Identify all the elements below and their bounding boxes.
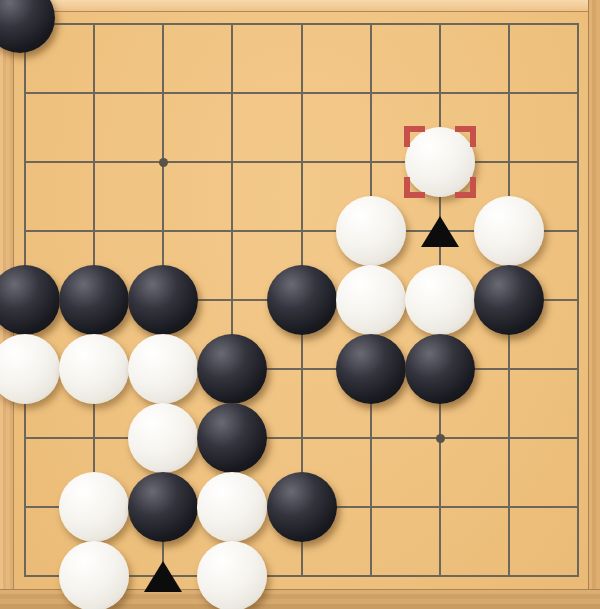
triangle-marker xyxy=(144,561,182,592)
black-stone xyxy=(128,472,198,542)
triangle-marker xyxy=(421,216,459,247)
black-stone xyxy=(474,265,544,335)
white-stone xyxy=(405,265,475,335)
black-stone xyxy=(128,265,198,335)
black-stone xyxy=(267,265,337,335)
white-stone xyxy=(474,196,544,266)
last-move-marker-corner xyxy=(404,177,425,198)
last-move-marker-corner xyxy=(455,177,476,198)
last-move-marker-corner xyxy=(404,126,425,147)
board-edge-right xyxy=(588,0,600,609)
black-stone xyxy=(405,334,475,404)
white-stone xyxy=(197,472,267,542)
last-move-marker xyxy=(404,126,476,198)
board-edge-top xyxy=(0,0,600,12)
star-point xyxy=(159,158,168,167)
white-stone xyxy=(336,265,406,335)
grid-line xyxy=(577,23,579,577)
white-stone xyxy=(128,403,198,473)
white-stone xyxy=(59,472,129,542)
go-board[interactable] xyxy=(0,0,600,609)
white-stone xyxy=(59,541,129,609)
white-stone xyxy=(336,196,406,266)
white-stone xyxy=(128,334,198,404)
grid-line xyxy=(24,437,580,439)
black-stone xyxy=(267,472,337,542)
black-stone xyxy=(336,334,406,404)
white-stone xyxy=(59,334,129,404)
last-move-marker-corner xyxy=(455,126,476,147)
black-stone xyxy=(197,334,267,404)
black-stone xyxy=(197,403,267,473)
star-point xyxy=(436,434,445,443)
white-stone xyxy=(197,541,267,609)
black-stone xyxy=(59,265,129,335)
